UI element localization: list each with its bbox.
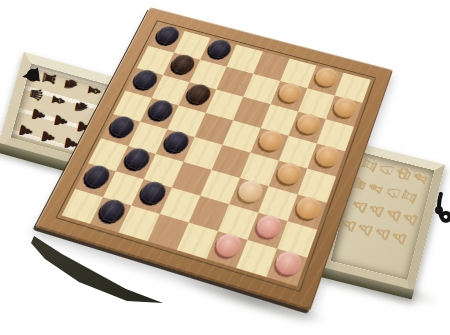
left-drawer-chess-piece[interactable]: ♟ [51, 112, 70, 129]
board-square-f3[interactable] [229, 178, 269, 213]
board-square-h3[interactable] [288, 194, 327, 229]
board-inner-border-line [55, 20, 376, 292]
board-square-f5[interactable] [251, 128, 289, 161]
checker-dark-c2[interactable] [138, 179, 169, 206]
board-square-e7[interactable] [243, 74, 280, 104]
board-square-g2[interactable] [247, 213, 287, 249]
board-square-e2[interactable] [189, 196, 229, 231]
checker-light-f5[interactable] [256, 128, 286, 153]
board-square-c8[interactable] [200, 38, 236, 67]
board-square-d6[interactable] [206, 89, 244, 120]
left-drawer-latch-icon[interactable] [13, 61, 42, 90]
board-square-b7[interactable] [163, 53, 200, 82]
board-square-c5[interactable] [167, 105, 205, 137]
checker-light-h3[interactable] [293, 194, 323, 221]
board-square-a4[interactable] [101, 114, 140, 146]
right-drawer-chess-piece[interactable]: ♗ [410, 167, 432, 188]
checker-dark-c4[interactable] [162, 129, 192, 154]
checker-light-h1[interactable] [273, 249, 305, 278]
checker-light-h7[interactable] [331, 95, 359, 119]
board-piece-layer [62, 24, 371, 286]
board-square-b5[interactable] [140, 98, 178, 129]
right-drawer-chess-piece[interactable]: ♖ [399, 186, 421, 207]
board-square-e3[interactable] [200, 170, 240, 204]
board-square-d2[interactable] [160, 188, 200, 223]
board-square-d4[interactable] [184, 137, 223, 170]
checker-dark-c8[interactable] [206, 38, 234, 60]
checker-light-f3[interactable] [235, 178, 266, 205]
board-square-d1[interactable] [148, 214, 189, 250]
board-square-a3[interactable] [88, 138, 128, 171]
checker-dark-b7[interactable] [169, 53, 198, 76]
board-square-h2[interactable] [277, 221, 317, 257]
board-square-g7[interactable] [298, 88, 335, 119]
board-square-e4[interactable] [212, 145, 251, 178]
board-square-a8[interactable] [148, 24, 185, 52]
board-grid [62, 24, 371, 286]
board-square-f1[interactable] [206, 231, 247, 268]
left-drawer-chess-piece[interactable]: ♟ [29, 106, 48, 123]
board-square-c4[interactable] [156, 129, 195, 162]
board-square-a2[interactable] [75, 163, 116, 197]
left-drawer-chess-piece[interactable]: ♞ [61, 75, 80, 92]
checker-dark-a8[interactable] [154, 24, 182, 46]
board-square-b2[interactable] [103, 171, 144, 205]
board-square-e6[interactable] [233, 97, 271, 128]
right-drawer-latch-icon[interactable] [430, 191, 450, 228]
board-square-c6[interactable] [179, 82, 217, 113]
board-square-f8[interactable] [280, 58, 316, 88]
checker-light-g4[interactable] [274, 161, 304, 187]
left-drawer-chess-piece[interactable]: ♞ [71, 98, 90, 115]
board-square-h4[interactable] [298, 169, 337, 203]
board-square-a5[interactable] [113, 91, 152, 122]
board-square-e5[interactable] [223, 120, 261, 152]
left-drawer-chess-piece[interactable]: ♝ [84, 82, 103, 99]
checker-light-h5[interactable] [313, 143, 342, 169]
board-square-h7[interactable] [326, 96, 363, 127]
board-square-a1[interactable] [62, 189, 104, 224]
checker-light-f1[interactable] [213, 231, 245, 260]
board-square-b6[interactable] [152, 75, 190, 105]
board-square-g8[interactable] [307, 66, 343, 96]
checker-light-g2[interactable] [254, 213, 285, 241]
board-square-f2[interactable] [218, 204, 258, 240]
board-square-h5[interactable] [307, 143, 345, 176]
board-square-a7[interactable] [137, 46, 174, 75]
board-square-f7[interactable] [271, 81, 308, 112]
board-square-g6[interactable] [289, 112, 326, 144]
left-drawer-chess-piece[interactable]: ♝ [48, 92, 67, 109]
board-square-g3[interactable] [258, 186, 297, 221]
board-square-h8[interactable] [335, 73, 371, 103]
board-square-g4[interactable] [269, 161, 308, 195]
board-square-d7[interactable] [216, 67, 253, 97]
board-square-c2[interactable] [131, 179, 172, 214]
right-drawer-front-molding [316, 266, 414, 299]
checker-dark-a4[interactable] [107, 114, 137, 139]
board-square-h6[interactable] [317, 119, 354, 151]
board-square-e1[interactable] [177, 223, 218, 260]
board-square-d5[interactable] [195, 113, 233, 145]
checker-light-f7[interactable] [276, 81, 305, 105]
checker-dark-b3[interactable] [122, 146, 153, 172]
checker-light-g8[interactable] [313, 65, 341, 88]
board-square-c1[interactable] [119, 206, 160, 242]
board-square-b3[interactable] [116, 146, 156, 179]
board-square-e8[interactable] [253, 52, 289, 81]
left-drawer-chess-piece[interactable]: ♟ [16, 122, 35, 139]
left-drawer-chess-piece[interactable]: ♟ [38, 128, 57, 145]
board-square-g5[interactable] [279, 136, 317, 169]
board-square-d8[interactable] [227, 45, 263, 74]
board-square-h1[interactable] [267, 249, 308, 287]
board-square-g1[interactable] [236, 240, 277, 277]
board-square-c7[interactable] [190, 60, 227, 90]
board-square-b8[interactable] [174, 31, 210, 60]
board-square-b4[interactable] [128, 122, 167, 154]
checker-dark-a2[interactable] [82, 163, 114, 189]
checker-light-g6[interactable] [294, 112, 323, 137]
checker-dark-c6[interactable] [184, 82, 213, 106]
board-square-a6[interactable] [125, 68, 163, 98]
right-drawer-chess-piece[interactable]: ♙ [389, 227, 411, 248]
checker-dark-a6[interactable] [131, 68, 160, 91]
checker-dark-b1[interactable] [97, 197, 129, 224]
board-square-c3[interactable] [144, 154, 184, 188]
board-square-f6[interactable] [261, 104, 298, 136]
board-square-b1[interactable] [90, 197, 131, 232]
product-photo-stage: ♜♞♝♚♛♝♞♜♟♟♟♟♟♟♟♟ ♖♘♔♗♕♗♘♖♙♙♙♙♙♙♙♙ [0, 0, 450, 335]
board-square-f4[interactable] [240, 153, 279, 187]
board-square-d3[interactable] [172, 162, 212, 196]
checker-dark-b5[interactable] [146, 98, 176, 122]
right-drawer-chess-piece[interactable]: ♙ [400, 208, 422, 229]
